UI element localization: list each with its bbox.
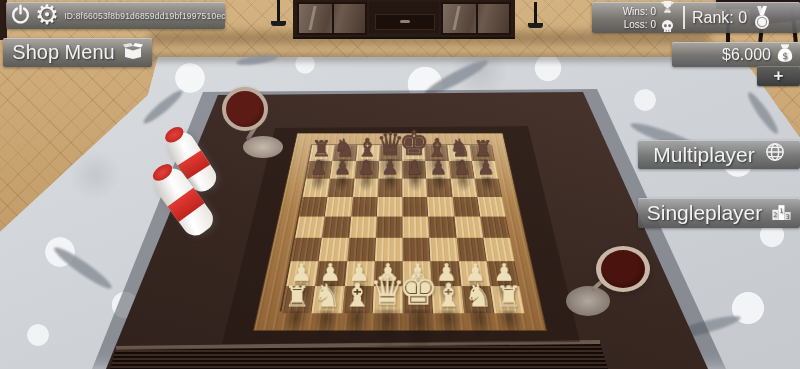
money-bag-icon: $ [777,44,793,66]
piece-white-rook[interactable]: ♜ [284,282,310,311]
rank-medal-icon [754,6,770,30]
session-panel: ⚙ ID:8f66053f8b91d6859dd19bf1997510ec [6,2,225,29]
square-d5[interactable] [377,197,403,217]
singleplayer-button[interactable]: Singleplayer 213 [638,198,800,228]
square-c5[interactable] [351,197,378,217]
square-f1[interactable]: ♝ [432,286,464,313]
piece-black-pawn[interactable]: ♟ [309,157,327,177]
rank-label: Rank: 0 [692,9,747,27]
svg-text:$: $ [782,51,788,61]
plus-label: + [774,66,784,86]
square-h1[interactable]: ♜ [490,286,524,313]
player-id: ID:8f66053f8b91d6859dd19bf1997510ec [64,11,226,21]
loss-label: Loss: 0 [624,19,656,30]
red-wine [226,91,264,127]
piece-black-pawn[interactable]: ♟ [333,157,351,177]
power-icon [11,3,30,29]
square-f7[interactable]: ♟ [425,161,450,178]
piece-black-pawn[interactable]: ♟ [453,157,471,177]
square-e5[interactable] [402,197,428,217]
wins-label: Wins: 0 [623,6,656,17]
square-g7[interactable]: ♟ [449,161,475,178]
svg-text:3: 3 [786,213,790,220]
square-b3[interactable] [319,238,349,261]
svg-text:2: 2 [774,211,778,218]
square-e3[interactable] [403,238,431,261]
square-a5[interactable] [299,197,328,217]
stats-divider [683,6,685,29]
skull-icon [661,19,674,37]
multiplayer-label: Multiplayer [653,143,755,167]
settings-button[interactable]: ⚙ [35,3,59,28]
square-f5[interactable] [427,197,454,217]
piece-black-pawn[interactable]: ♟ [381,157,399,177]
podium-icon: 213 [772,201,791,225]
square-g1[interactable]: ♞ [461,286,494,313]
square-f3[interactable] [429,238,458,261]
piece-white-king[interactable]: ♚ [398,267,438,312]
square-a4[interactable] [295,217,325,238]
stats-panel: Wins: 0 Loss: 0 Rank: 0 [592,2,800,33]
multiplayer-button[interactable]: Multiplayer [638,140,800,169]
square-g4[interactable] [454,217,483,238]
balance-label: $6.000 [722,46,771,64]
square-e7[interactable]: ♟ [402,161,426,178]
game-scene: ♜♞♝♛♚♝♞♜♟♟♟♟♟♟♟♟♟♟♟♟♟♟♟♟♜♞♝♛♚♝♞♜ ⚙ ID:8f… [0,0,800,369]
square-b4[interactable] [322,217,351,238]
square-b1[interactable]: ♞ [312,286,345,313]
piece-white-knight[interactable]: ♞ [464,279,493,311]
piece-white-rook[interactable]: ♜ [496,282,522,311]
add-money-button[interactable]: + [757,66,800,86]
piece-white-bishop[interactable]: ♝ [434,278,464,311]
square-e1[interactable]: ♚ [403,286,434,313]
square-h5[interactable] [477,197,506,217]
piece-white-knight[interactable]: ♞ [313,279,342,311]
red-wine [601,250,645,288]
square-a3[interactable] [291,238,322,261]
wallet-panel: $6.000 $ [672,42,800,67]
square-g5[interactable] [452,197,480,217]
square-b5[interactable] [325,197,353,217]
square-g3[interactable] [456,238,486,261]
square-d7[interactable]: ♟ [378,161,402,178]
shop-box-icon [123,41,143,64]
square-d3[interactable] [375,238,403,261]
square-h4[interactable] [480,217,510,238]
square-h3[interactable] [483,238,514,261]
piece-black-pawn[interactable]: ♟ [357,157,375,177]
glass-base [566,286,610,316]
square-c4[interactable] [349,217,377,238]
square-e4[interactable] [402,217,429,238]
chess-board: ♜♞♝♛♚♝♞♜♟♟♟♟♟♟♟♟♟♟♟♟♟♟♟♟♜♞♝♛♚♝♞♜ [253,133,547,331]
piece-black-pawn[interactable]: ♟ [429,157,447,177]
square-c3[interactable] [347,238,376,261]
gear-icon: ⚙ [35,1,59,28]
trophy-icon [661,0,674,17]
power-button[interactable] [11,3,30,29]
piece-black-pawn[interactable]: ♟ [477,157,495,177]
shop-menu-label: Shop Menu [12,41,114,64]
square-f4[interactable] [428,217,456,238]
globe-icon [765,142,785,167]
piece-white-bishop[interactable]: ♝ [343,278,373,311]
singleplayer-label: Singleplayer [647,201,763,225]
shop-menu-button[interactable]: Shop Menu [3,38,152,67]
svg-text:1: 1 [780,207,784,214]
piece-black-pawn[interactable]: ♟ [405,157,423,177]
square-d4[interactable] [376,217,403,238]
board-grid: ♜♞♝♛♚♝♞♜♟♟♟♟♟♟♟♟♟♟♟♟♟♟♟♟♜♞♝♛♚♝♞♜ [280,144,523,311]
